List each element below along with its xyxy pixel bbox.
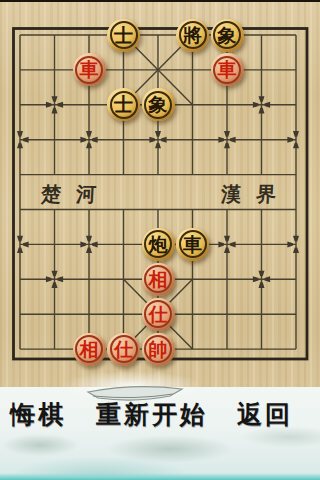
piece-red-general[interactable]: 帥 xyxy=(142,333,175,366)
piece-red-chariot[interactable]: 車 xyxy=(73,53,106,86)
piece-red-advisor[interactable]: 仕 xyxy=(142,298,175,331)
piece-black-elephant[interactable]: 象 xyxy=(211,19,244,52)
piece-black-advisor[interactable]: 士 xyxy=(107,88,140,121)
piece-layer: 士將象車車士象炮車相仕相仕帥 xyxy=(0,0,320,387)
toolbar: 悔棋 重新开始 返回 xyxy=(0,400,320,430)
piece-black-elephant[interactable]: 象 xyxy=(142,88,175,121)
piece-black-advisor[interactable]: 士 xyxy=(107,19,140,52)
piece-black-general[interactable]: 將 xyxy=(176,19,209,52)
back-button[interactable]: 返回 xyxy=(237,400,293,430)
piece-red-advisor[interactable]: 仕 xyxy=(107,333,140,366)
piece-red-elephant[interactable]: 相 xyxy=(142,263,175,296)
piece-black-cannon[interactable]: 炮 xyxy=(142,228,175,261)
undo-move-button[interactable]: 悔棋 xyxy=(10,400,66,430)
piece-red-chariot[interactable]: 車 xyxy=(211,53,244,86)
restart-game-button[interactable]: 重新开始 xyxy=(96,400,208,430)
xiangqi-game-screen: 楚河 漢界 士將象車車士象炮車相仕相仕帥 悔棋 重新开始 返回 xyxy=(0,0,320,480)
piece-red-elephant[interactable]: 相 xyxy=(73,333,106,366)
piece-black-chariot[interactable]: 車 xyxy=(176,228,209,261)
